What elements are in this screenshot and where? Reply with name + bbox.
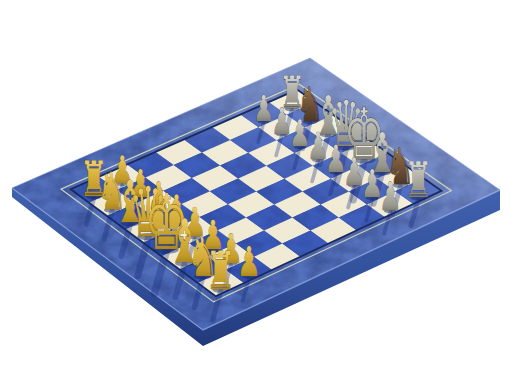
chess-set-photo: ♜♟♞♟♝♟♛♚♟♝♟♟♞♟♜♟♜♟♞♟♟♝♟♛♟♚♟♝♟♞♟♜ [0,0,510,374]
black-rook-h8: ♜ [404,152,432,208]
chess-board-scene: ♜♟♞♟♝♟♛♚♟♝♟♟♞♟♜♟♜♟♞♟♟♝♟♛♟♚♟♝♟♞♟♜ [0,0,510,374]
black-pawn-h7: ♟ [379,174,402,219]
white-rook-h1: ♜ [206,240,236,301]
white-pawn-h2: ♟ [237,238,261,286]
